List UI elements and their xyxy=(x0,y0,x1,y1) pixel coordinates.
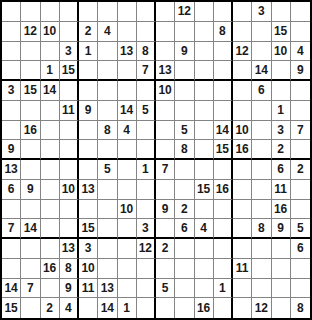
cell-r16c11[interactable]: 16 xyxy=(195,298,214,318)
cell-r14c7[interactable] xyxy=(118,259,137,279)
cell-r7c2[interactable]: 16 xyxy=(21,121,40,141)
cell-r4c5[interactable] xyxy=(79,61,98,81)
cell-r2c3[interactable]: 10 xyxy=(41,22,60,42)
cell-r13c1[interactable] xyxy=(2,239,21,259)
cell-r8c5[interactable] xyxy=(79,140,98,160)
cell-r6c15[interactable]: 1 xyxy=(272,101,291,121)
cell-r16c5[interactable] xyxy=(79,298,98,318)
cell-r1c2[interactable] xyxy=(21,2,40,22)
cell-r10c5[interactable]: 13 xyxy=(79,180,98,200)
cell-r7c10[interactable]: 5 xyxy=(175,121,194,141)
cell-r8c8[interactable] xyxy=(137,140,156,160)
cell-r2c8[interactable] xyxy=(137,22,156,42)
cell-r3c9[interactable] xyxy=(156,42,175,62)
cell-r12c15[interactable]: 9 xyxy=(272,219,291,239)
cell-r8c4[interactable] xyxy=(60,140,79,160)
cell-r13c4[interactable]: 13 xyxy=(60,239,79,259)
cell-r12c5[interactable]: 15 xyxy=(79,219,98,239)
cell-r9c12[interactable] xyxy=(214,160,233,180)
cell-r14c6[interactable] xyxy=(98,259,117,279)
cell-r3c6[interactable] xyxy=(98,42,117,62)
cell-r5c15[interactable] xyxy=(272,81,291,101)
cell-r15c1[interactable]: 14 xyxy=(2,279,21,299)
cell-r16c16[interactable]: 8 xyxy=(291,298,310,318)
cell-r12c13[interactable] xyxy=(233,219,252,239)
cell-r8c1[interactable]: 9 xyxy=(2,140,21,160)
cell-r6c10[interactable] xyxy=(175,101,194,121)
cell-r7c15[interactable]: 3 xyxy=(272,121,291,141)
cell-r7c14[interactable] xyxy=(252,121,271,141)
cell-r13c16[interactable]: 6 xyxy=(291,239,310,259)
cell-r11c5[interactable] xyxy=(79,200,98,220)
cell-r5c2[interactable]: 15 xyxy=(21,81,40,101)
cell-r13c13[interactable] xyxy=(233,239,252,259)
cell-r6c16[interactable] xyxy=(291,101,310,121)
cell-r2c1[interactable] xyxy=(2,22,21,42)
cell-r10c14[interactable] xyxy=(252,180,271,200)
cell-r5c4[interactable] xyxy=(60,81,79,101)
cell-r1c12[interactable] xyxy=(214,2,233,22)
cell-r14c14[interactable] xyxy=(252,259,271,279)
cell-r7c1[interactable] xyxy=(2,121,21,141)
cell-r9c1[interactable]: 13 xyxy=(2,160,21,180)
cell-r5c5[interactable] xyxy=(79,81,98,101)
cell-r4c6[interactable] xyxy=(98,61,117,81)
cell-r13c8[interactable]: 12 xyxy=(137,239,156,259)
cell-r6c2[interactable] xyxy=(21,101,40,121)
cell-r8c7[interactable] xyxy=(118,140,137,160)
cell-r12c12[interactable] xyxy=(214,219,233,239)
cell-r15c8[interactable] xyxy=(137,279,156,299)
cell-r10c12[interactable]: 16 xyxy=(214,180,233,200)
cell-r2c6[interactable]: 4 xyxy=(98,22,117,42)
cell-r15c6[interactable]: 13 xyxy=(98,279,117,299)
cell-r3c13[interactable]: 12 xyxy=(233,42,252,62)
cell-r13c12[interactable] xyxy=(214,239,233,259)
cell-r4c1[interactable] xyxy=(2,61,21,81)
cell-r5c14[interactable]: 6 xyxy=(252,81,271,101)
cell-r7c7[interactable]: 4 xyxy=(118,121,137,141)
sudoku-page: 1231210248153113891210411571314931514106… xyxy=(0,0,312,320)
cell-r13c7[interactable] xyxy=(118,239,137,259)
sudoku-board: 1231210248153113891210411571314931514106… xyxy=(0,0,312,320)
cell-r10c7[interactable] xyxy=(118,180,137,200)
cell-r9c10[interactable] xyxy=(175,160,194,180)
cell-r11c16[interactable] xyxy=(291,200,310,220)
cell-r2c12[interactable]: 8 xyxy=(214,22,233,42)
cell-r12c4[interactable] xyxy=(60,219,79,239)
cell-r9c8[interactable]: 1 xyxy=(137,160,156,180)
cell-r10c6[interactable] xyxy=(98,180,117,200)
cell-r11c6[interactable] xyxy=(98,200,117,220)
cell-r11c1[interactable] xyxy=(2,200,21,220)
cell-r9c15[interactable]: 6 xyxy=(272,160,291,180)
cell-r2c11[interactable] xyxy=(195,22,214,42)
cell-r15c3[interactable] xyxy=(41,279,60,299)
cell-r7c5[interactable] xyxy=(79,121,98,141)
cell-r16c6[interactable]: 14 xyxy=(98,298,117,318)
cell-r4c12[interactable] xyxy=(214,61,233,81)
cell-r4c2[interactable] xyxy=(21,61,40,81)
cell-r13c11[interactable] xyxy=(195,239,214,259)
cell-r14c1[interactable] xyxy=(2,259,21,279)
cell-r3c8[interactable]: 8 xyxy=(137,42,156,62)
cell-r15c16[interactable] xyxy=(291,279,310,299)
cell-r8c14[interactable] xyxy=(252,140,271,160)
cell-r3c15[interactable]: 10 xyxy=(272,42,291,62)
cell-r8c6[interactable] xyxy=(98,140,117,160)
cell-r7c9[interactable] xyxy=(156,121,175,141)
cell-r12c1[interactable]: 7 xyxy=(2,219,21,239)
cell-r7c4[interactable] xyxy=(60,121,79,141)
cell-r9c6[interactable]: 5 xyxy=(98,160,117,180)
cell-r15c5[interactable]: 11 xyxy=(79,279,98,299)
cell-r12c2[interactable]: 14 xyxy=(21,219,40,239)
cell-r5c1[interactable]: 3 xyxy=(2,81,21,101)
cell-r11c10[interactable]: 2 xyxy=(175,200,194,220)
cell-r3c12[interactable] xyxy=(214,42,233,62)
cell-r7c13[interactable]: 10 xyxy=(233,121,252,141)
cell-r6c5[interactable]: 9 xyxy=(79,101,98,121)
cell-r8c12[interactable]: 15 xyxy=(214,140,233,160)
cell-r4c11[interactable] xyxy=(195,61,214,81)
cell-r2c10[interactable] xyxy=(175,22,194,42)
cell-r16c4[interactable]: 4 xyxy=(60,298,79,318)
cell-r1c13[interactable] xyxy=(233,2,252,22)
cell-r9c5[interactable] xyxy=(79,160,98,180)
cell-r12c11[interactable]: 4 xyxy=(195,219,214,239)
cell-r8c10[interactable]: 8 xyxy=(175,140,194,160)
cell-r16c1[interactable]: 15 xyxy=(2,298,21,318)
cell-r6c3[interactable] xyxy=(41,101,60,121)
cell-r2c16[interactable] xyxy=(291,22,310,42)
cell-r1c6[interactable] xyxy=(98,2,117,22)
cell-r12c7[interactable] xyxy=(118,219,137,239)
cell-r9c11[interactable] xyxy=(195,160,214,180)
cell-r8c15[interactable]: 2 xyxy=(272,140,291,160)
cell-r9c3[interactable] xyxy=(41,160,60,180)
cell-r6c1[interactable] xyxy=(2,101,21,121)
cell-r1c11[interactable] xyxy=(195,2,214,22)
cell-r14c13[interactable]: 11 xyxy=(233,259,252,279)
cell-r12c9[interactable] xyxy=(156,219,175,239)
cell-r4c4[interactable]: 15 xyxy=(60,61,79,81)
cell-r9c4[interactable] xyxy=(60,160,79,180)
cell-r16c10[interactable] xyxy=(175,298,194,318)
cell-r5c11[interactable] xyxy=(195,81,214,101)
cell-r7c6[interactable]: 8 xyxy=(98,121,117,141)
cell-r10c3[interactable] xyxy=(41,180,60,200)
cell-r11c9[interactable]: 9 xyxy=(156,200,175,220)
cell-r12c6[interactable] xyxy=(98,219,117,239)
cell-r4c15[interactable] xyxy=(272,61,291,81)
cell-r8c2[interactable] xyxy=(21,140,40,160)
cell-r14c9[interactable] xyxy=(156,259,175,279)
cell-r10c10[interactable] xyxy=(175,180,194,200)
cell-r15c13[interactable] xyxy=(233,279,252,299)
cell-r2c15[interactable]: 15 xyxy=(272,22,291,42)
cell-r11c2[interactable] xyxy=(21,200,40,220)
cell-r3c1[interactable] xyxy=(2,42,21,62)
cell-r13c9[interactable]: 2 xyxy=(156,239,175,259)
cell-r13c3[interactable] xyxy=(41,239,60,259)
cell-r11c7[interactable]: 10 xyxy=(118,200,137,220)
cell-r7c3[interactable] xyxy=(41,121,60,141)
cell-r12c3[interactable] xyxy=(41,219,60,239)
cell-r7c12[interactable]: 14 xyxy=(214,121,233,141)
cell-r4c13[interactable] xyxy=(233,61,252,81)
cell-r1c1[interactable] xyxy=(2,2,21,22)
cell-r2c2[interactable]: 12 xyxy=(21,22,40,42)
cell-r14c16[interactable] xyxy=(291,259,310,279)
cell-r10c9[interactable] xyxy=(156,180,175,200)
cell-r1c16[interactable] xyxy=(291,2,310,22)
cell-r16c8[interactable] xyxy=(137,298,156,318)
cell-r2c13[interactable] xyxy=(233,22,252,42)
cell-r14c12[interactable] xyxy=(214,259,233,279)
cell-r3c11[interactable] xyxy=(195,42,214,62)
cell-r4c9[interactable]: 13 xyxy=(156,61,175,81)
cell-r13c2[interactable] xyxy=(21,239,40,259)
cell-r13c5[interactable]: 3 xyxy=(79,239,98,259)
cell-r5c8[interactable] xyxy=(137,81,156,101)
cell-r4c8[interactable]: 7 xyxy=(137,61,156,81)
cell-r1c10[interactable]: 12 xyxy=(175,2,194,22)
cell-r3c16[interactable]: 4 xyxy=(291,42,310,62)
cell-r9c2[interactable] xyxy=(21,160,40,180)
cell-r4c3[interactable]: 1 xyxy=(41,61,60,81)
cell-r15c15[interactable] xyxy=(272,279,291,299)
cell-r5c3[interactable]: 14 xyxy=(41,81,60,101)
cell-r9c13[interactable] xyxy=(233,160,252,180)
cell-r16c2[interactable] xyxy=(21,298,40,318)
cell-r5c9[interactable]: 10 xyxy=(156,81,175,101)
cell-r10c15[interactable]: 11 xyxy=(272,180,291,200)
cell-r3c14[interactable] xyxy=(252,42,271,62)
cell-r1c15[interactable] xyxy=(272,2,291,22)
cell-r6c11[interactable] xyxy=(195,101,214,121)
cell-r12c16[interactable]: 5 xyxy=(291,219,310,239)
cell-r5c13[interactable] xyxy=(233,81,252,101)
cell-r14c3[interactable]: 16 xyxy=(41,259,60,279)
cell-r16c15[interactable] xyxy=(272,298,291,318)
cell-r14c5[interactable]: 10 xyxy=(79,259,98,279)
cell-r3c2[interactable] xyxy=(21,42,40,62)
cell-r16c13[interactable] xyxy=(233,298,252,318)
cell-r10c4[interactable]: 10 xyxy=(60,180,79,200)
cell-r11c13[interactable] xyxy=(233,200,252,220)
cell-r14c4[interactable]: 8 xyxy=(60,259,79,279)
cell-r4c16[interactable]: 9 xyxy=(291,61,310,81)
cell-r15c12[interactable]: 1 xyxy=(214,279,233,299)
cell-r1c7[interactable] xyxy=(118,2,137,22)
cell-r12c10[interactable]: 6 xyxy=(175,219,194,239)
cell-r6c8[interactable]: 5 xyxy=(137,101,156,121)
cell-r3c5[interactable]: 1 xyxy=(79,42,98,62)
cell-r6c6[interactable] xyxy=(98,101,117,121)
cell-r11c14[interactable] xyxy=(252,200,271,220)
cell-r6c4[interactable]: 11 xyxy=(60,101,79,121)
cell-r8c3[interactable] xyxy=(41,140,60,160)
cell-r8c16[interactable] xyxy=(291,140,310,160)
cell-r1c8[interactable] xyxy=(137,2,156,22)
cell-r1c3[interactable] xyxy=(41,2,60,22)
cell-r2c14[interactable] xyxy=(252,22,271,42)
cell-r9c9[interactable]: 7 xyxy=(156,160,175,180)
cell-r7c16[interactable]: 7 xyxy=(291,121,310,141)
cell-r10c2[interactable]: 9 xyxy=(21,180,40,200)
cell-r1c9[interactable] xyxy=(156,2,175,22)
cell-r9c14[interactable] xyxy=(252,160,271,180)
cell-r14c8[interactable] xyxy=(137,259,156,279)
cell-r4c10[interactable] xyxy=(175,61,194,81)
cell-r6c13[interactable] xyxy=(233,101,252,121)
cell-r8c11[interactable] xyxy=(195,140,214,160)
cell-r16c7[interactable]: 1 xyxy=(118,298,137,318)
cell-r12c14[interactable]: 8 xyxy=(252,219,271,239)
cell-r16c12[interactable] xyxy=(214,298,233,318)
cell-r11c8[interactable] xyxy=(137,200,156,220)
cell-r15c14[interactable] xyxy=(252,279,271,299)
cell-r7c11[interactable] xyxy=(195,121,214,141)
cell-r3c7[interactable]: 13 xyxy=(118,42,137,62)
cell-r15c10[interactable] xyxy=(175,279,194,299)
cell-r5c10[interactable] xyxy=(175,81,194,101)
cell-r11c15[interactable]: 16 xyxy=(272,200,291,220)
cell-r5c6[interactable] xyxy=(98,81,117,101)
cell-r10c11[interactable]: 15 xyxy=(195,180,214,200)
cell-r3c3[interactable] xyxy=(41,42,60,62)
cell-r11c4[interactable] xyxy=(60,200,79,220)
cell-r6c7[interactable]: 14 xyxy=(118,101,137,121)
cell-r12c8[interactable]: 3 xyxy=(137,219,156,239)
cell-r15c7[interactable] xyxy=(118,279,137,299)
cell-r10c8[interactable] xyxy=(137,180,156,200)
cell-r14c10[interactable] xyxy=(175,259,194,279)
cell-r11c3[interactable] xyxy=(41,200,60,220)
cell-r14c2[interactable] xyxy=(21,259,40,279)
cell-r15c9[interactable]: 5 xyxy=(156,279,175,299)
cell-r9c16[interactable]: 2 xyxy=(291,160,310,180)
cell-r2c7[interactable] xyxy=(118,22,137,42)
cell-r13c15[interactable] xyxy=(272,239,291,259)
cell-r5c12[interactable] xyxy=(214,81,233,101)
cell-r1c14[interactable]: 3 xyxy=(252,2,271,22)
cell-r10c1[interactable]: 6 xyxy=(2,180,21,200)
cell-r2c4[interactable] xyxy=(60,22,79,42)
cell-r13c6[interactable] xyxy=(98,239,117,259)
cell-r8c13[interactable]: 16 xyxy=(233,140,252,160)
cell-r13c14[interactable] xyxy=(252,239,271,259)
cell-r15c11[interactable] xyxy=(195,279,214,299)
cell-r6c12[interactable] xyxy=(214,101,233,121)
cell-r15c2[interactable]: 7 xyxy=(21,279,40,299)
cell-r6c9[interactable] xyxy=(156,101,175,121)
cell-r16c9[interactable] xyxy=(156,298,175,318)
cell-r15c4[interactable]: 9 xyxy=(60,279,79,299)
cell-r16c14[interactable]: 12 xyxy=(252,298,271,318)
cell-r13c10[interactable] xyxy=(175,239,194,259)
cell-r2c9[interactable] xyxy=(156,22,175,42)
cell-r14c11[interactable] xyxy=(195,259,214,279)
cell-r16c3[interactable]: 2 xyxy=(41,298,60,318)
cell-r7c8[interactable] xyxy=(137,121,156,141)
cell-r9c7[interactable] xyxy=(118,160,137,180)
cell-r1c4[interactable] xyxy=(60,2,79,22)
cell-r5c16[interactable] xyxy=(291,81,310,101)
cell-r10c16[interactable] xyxy=(291,180,310,200)
cell-r3c10[interactable]: 9 xyxy=(175,42,194,62)
cell-r3c4[interactable]: 3 xyxy=(60,42,79,62)
cell-r14c15[interactable] xyxy=(272,259,291,279)
cell-r10c13[interactable] xyxy=(233,180,252,200)
cell-r4c7[interactable] xyxy=(118,61,137,81)
cell-r11c11[interactable] xyxy=(195,200,214,220)
cell-r11c12[interactable] xyxy=(214,200,233,220)
cell-r6c14[interactable] xyxy=(252,101,271,121)
cell-r4c14[interactable]: 14 xyxy=(252,61,271,81)
cell-r8c9[interactable] xyxy=(156,140,175,160)
cell-r1c5[interactable] xyxy=(79,2,98,22)
cell-r5c7[interactable] xyxy=(118,81,137,101)
cell-r2c5[interactable]: 2 xyxy=(79,22,98,42)
